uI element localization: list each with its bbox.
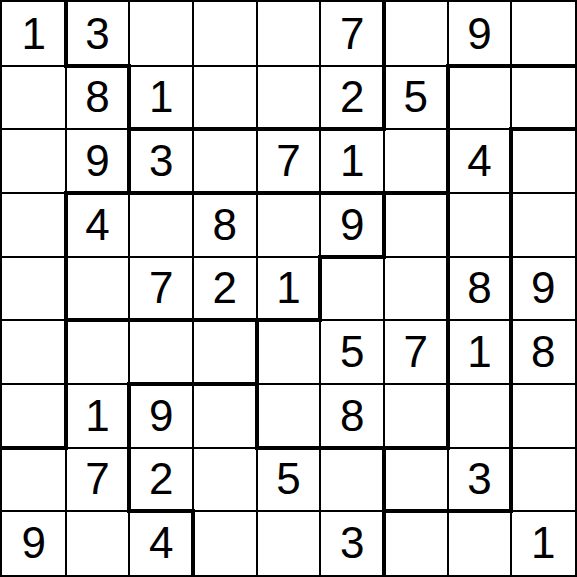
cell-r3c4[interactable] bbox=[257, 193, 321, 257]
cell-r0c0[interactable]: 1 bbox=[2, 2, 66, 66]
cell-r1c0[interactable] bbox=[2, 66, 66, 130]
cell-r4c5[interactable] bbox=[320, 257, 384, 321]
cell-r7c4[interactable]: 5 bbox=[257, 448, 321, 512]
cell-r6c4[interactable] bbox=[257, 384, 321, 448]
cell-r8c1[interactable] bbox=[66, 511, 130, 575]
cell-r8c8[interactable]: 1 bbox=[511, 511, 575, 575]
cell-r5c7[interactable]: 1 bbox=[448, 320, 512, 384]
cell-r0c1[interactable]: 3 bbox=[66, 2, 130, 66]
cell-r5c5[interactable]: 5 bbox=[320, 320, 384, 384]
cell-r4c8[interactable]: 9 bbox=[511, 257, 575, 321]
cell-r5c0[interactable] bbox=[2, 320, 66, 384]
cell-r4c4[interactable]: 1 bbox=[257, 257, 321, 321]
cell-r4c6[interactable] bbox=[384, 257, 448, 321]
cell-r8c5[interactable]: 3 bbox=[320, 511, 384, 575]
cell-r6c5[interactable]: 8 bbox=[320, 384, 384, 448]
cell-r8c4[interactable] bbox=[257, 511, 321, 575]
cell-r8c3[interactable] bbox=[193, 511, 257, 575]
cell-r8c2[interactable]: 4 bbox=[129, 511, 193, 575]
cell-r1c5[interactable]: 2 bbox=[320, 66, 384, 130]
cell-r7c7[interactable]: 3 bbox=[448, 448, 512, 512]
sudoku-board: 137981259371448972189571819872539431 bbox=[0, 0, 577, 577]
cell-r1c1[interactable]: 8 bbox=[66, 66, 130, 130]
cell-r4c2[interactable]: 7 bbox=[129, 257, 193, 321]
cell-r4c7[interactable]: 8 bbox=[448, 257, 512, 321]
cell-r7c6[interactable] bbox=[384, 448, 448, 512]
cell-r6c3[interactable] bbox=[193, 384, 257, 448]
cell-r0c5[interactable]: 7 bbox=[320, 2, 384, 66]
cell-r3c6[interactable] bbox=[384, 193, 448, 257]
cell-r7c2[interactable]: 2 bbox=[129, 448, 193, 512]
cell-r0c3[interactable] bbox=[193, 2, 257, 66]
cell-r4c1[interactable] bbox=[66, 257, 130, 321]
cell-r6c6[interactable] bbox=[384, 384, 448, 448]
cell-r5c8[interactable]: 8 bbox=[511, 320, 575, 384]
cell-r3c2[interactable] bbox=[129, 193, 193, 257]
cell-r2c8[interactable] bbox=[511, 129, 575, 193]
cell-r2c2[interactable]: 3 bbox=[129, 129, 193, 193]
cell-r7c0[interactable] bbox=[2, 448, 66, 512]
cell-r1c2[interactable]: 1 bbox=[129, 66, 193, 130]
cell-r7c8[interactable] bbox=[511, 448, 575, 512]
cell-r3c1[interactable]: 4 bbox=[66, 193, 130, 257]
cell-r2c4[interactable]: 7 bbox=[257, 129, 321, 193]
cell-r3c3[interactable]: 8 bbox=[193, 193, 257, 257]
cell-r0c6[interactable] bbox=[384, 2, 448, 66]
cell-r0c8[interactable] bbox=[511, 2, 575, 66]
cell-r7c5[interactable] bbox=[320, 448, 384, 512]
cell-r1c6[interactable]: 5 bbox=[384, 66, 448, 130]
cell-r6c7[interactable] bbox=[448, 384, 512, 448]
cell-r2c3[interactable] bbox=[193, 129, 257, 193]
cell-r8c7[interactable] bbox=[448, 511, 512, 575]
cell-r7c1[interactable]: 7 bbox=[66, 448, 130, 512]
cell-r1c3[interactable] bbox=[193, 66, 257, 130]
cell-r8c0[interactable]: 9 bbox=[2, 511, 66, 575]
cell-r0c7[interactable]: 9 bbox=[448, 2, 512, 66]
cell-r6c1[interactable]: 1 bbox=[66, 384, 130, 448]
cell-r2c7[interactable]: 4 bbox=[448, 129, 512, 193]
cell-r1c4[interactable] bbox=[257, 66, 321, 130]
cell-r7c3[interactable] bbox=[193, 448, 257, 512]
cell-r5c4[interactable] bbox=[257, 320, 321, 384]
cell-r2c1[interactable]: 9 bbox=[66, 129, 130, 193]
cell-r3c5[interactable]: 9 bbox=[320, 193, 384, 257]
cell-r5c3[interactable] bbox=[193, 320, 257, 384]
cell-r0c4[interactable] bbox=[257, 2, 321, 66]
cell-r5c1[interactable] bbox=[66, 320, 130, 384]
cell-r1c7[interactable] bbox=[448, 66, 512, 130]
cell-r2c5[interactable]: 1 bbox=[320, 129, 384, 193]
cell-r3c7[interactable] bbox=[448, 193, 512, 257]
cell-r0c2[interactable] bbox=[129, 2, 193, 66]
cell-r6c2[interactable]: 9 bbox=[129, 384, 193, 448]
cell-r5c6[interactable]: 7 bbox=[384, 320, 448, 384]
cell-r1c8[interactable] bbox=[511, 66, 575, 130]
cell-r6c0[interactable] bbox=[2, 384, 66, 448]
cell-r5c2[interactable] bbox=[129, 320, 193, 384]
cell-r4c0[interactable] bbox=[2, 257, 66, 321]
cell-r3c0[interactable] bbox=[2, 193, 66, 257]
cell-r4c3[interactable]: 2 bbox=[193, 257, 257, 321]
cell-r8c6[interactable] bbox=[384, 511, 448, 575]
cell-r2c0[interactable] bbox=[2, 129, 66, 193]
cell-r6c8[interactable] bbox=[511, 384, 575, 448]
cell-r3c8[interactable] bbox=[511, 193, 575, 257]
cell-r2c6[interactable] bbox=[384, 129, 448, 193]
